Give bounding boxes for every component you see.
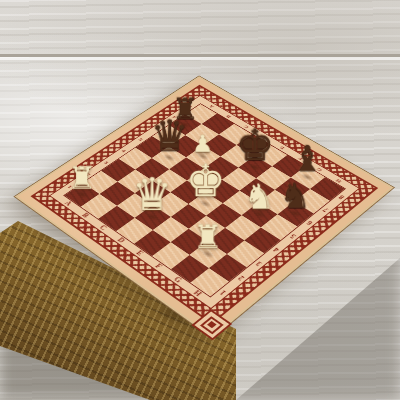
piece-white-queen-d2: ♛	[132, 173, 172, 216]
piece-black-bishop-g8: ♝	[293, 143, 324, 176]
piece-white-king-e4: ♚	[186, 160, 226, 202]
piece-black-knight-h6: ♞	[280, 179, 311, 212]
square-g5: ♞	[242, 202, 278, 227]
piece-white-pawn-c6: ♟	[193, 133, 214, 155]
corner-diamond-center	[207, 321, 216, 328]
piece-white-rook-a1: ♜	[68, 163, 96, 193]
scene: ABCDEFGH ABCDEFGH 87654321 87654321 ♝♜♚♟…	[0, 0, 400, 400]
piece-white-rook-g2: ♜	[194, 222, 223, 253]
corner-diamond-mid	[200, 316, 224, 334]
piece-black-king-e7: ♚	[236, 125, 275, 166]
piece-white-knight-g5: ♞	[244, 180, 275, 213]
piece-black-queen-b5: ♛	[150, 116, 188, 157]
